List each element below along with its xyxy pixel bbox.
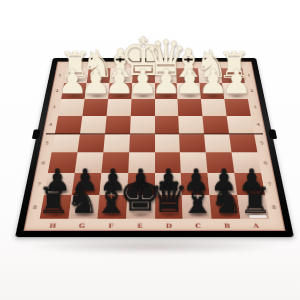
piece-white-pawn: ♟ <box>221 65 251 99</box>
board-border: ♜♞♝♚♛♝♞♜♟♟♟♟♟♟♟♟♟♟♟♟♟♟♟♟♜♞♝♚♛♝♞♜ HGFEDCB… <box>23 61 285 230</box>
board-scene: ♜♞♝♚♛♝♞♜♟♟♟♟♟♟♟♟♟♟♟♟♟♟♟♟♜♞♝♚♛♝♞♜ HGFEDCB… <box>37 16 272 251</box>
file-label: F <box>96 220 126 230</box>
square-g3 <box>82 99 108 116</box>
square-d4 <box>155 116 180 134</box>
file-label: E <box>125 220 154 230</box>
square-a4 <box>227 116 254 134</box>
square-g5 <box>77 134 104 153</box>
square-f4 <box>105 116 131 134</box>
piece-black-knight: ♞ <box>210 182 243 219</box>
square-f5 <box>103 134 130 153</box>
square-c8: ♝ <box>182 195 212 219</box>
chess-board: ♜♞♝♚♛♝♞♜♟♟♟♟♟♟♟♟♟♟♟♟♟♟♟♟♜♞♝♚♛♝♞♜ HGFEDCB… <box>15 58 294 237</box>
square-a3 <box>224 99 250 116</box>
piece-black-rook: ♜ <box>239 183 271 219</box>
rank-label: 3 <box>248 99 262 116</box>
square-d5 <box>155 134 181 153</box>
square-a8: ♜ <box>237 195 269 219</box>
product-photo: ♜♞♝♚♛♝♞♜♟♟♟♟♟♟♟♟♟♟♟♟♟♟♟♟♜♞♝♚♛♝♞♜ HGFEDCB… <box>0 0 300 300</box>
square-b8: ♞ <box>210 195 241 219</box>
file-label: G <box>67 220 97 230</box>
square-g4 <box>80 116 106 134</box>
square-b3 <box>201 99 227 116</box>
board-grid: ♜♞♝♚♛♝♞♜♟♟♟♟♟♟♟♟♟♟♟♟♟♟♟♟♜♞♝♚♛♝♞♜ <box>40 68 270 219</box>
file-label: C <box>183 220 213 230</box>
square-c5 <box>179 134 206 153</box>
file-label: B <box>212 220 242 230</box>
square-b5 <box>204 134 231 153</box>
file-label: D <box>155 220 184 230</box>
fold-hinge-right-icon <box>268 129 277 139</box>
fold-hinge-left-icon <box>32 129 41 139</box>
file-label: A <box>241 220 272 230</box>
square-h3 <box>58 99 84 116</box>
square-f3 <box>106 99 131 116</box>
square-h5 <box>52 134 80 153</box>
square-d3 <box>155 99 179 116</box>
square-c4 <box>179 116 205 134</box>
square-e4 <box>130 116 155 134</box>
square-a2: ♟ <box>222 83 247 99</box>
square-b4 <box>203 116 229 134</box>
square-a5 <box>229 134 257 153</box>
square-e5 <box>129 134 155 153</box>
square-c3 <box>178 99 203 116</box>
rank-label: 5 <box>255 134 270 153</box>
file-labels: HGFEDCBA <box>38 220 272 230</box>
square-e3 <box>130 99 154 116</box>
square-d8: ♛ <box>155 195 184 219</box>
file-label: H <box>38 220 69 230</box>
square-h4 <box>55 116 82 134</box>
